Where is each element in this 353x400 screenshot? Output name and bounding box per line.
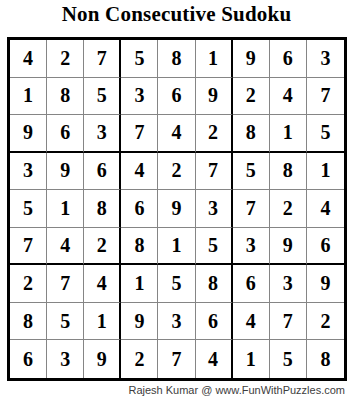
cell-r9c1[interactable]: 6	[10, 340, 47, 378]
cell-r8c6[interactable]: 6	[196, 303, 233, 341]
cell-r4c4[interactable]: 4	[121, 153, 158, 191]
cell-r7c5[interactable]: 5	[158, 265, 195, 303]
cell-r8c4[interactable]: 9	[121, 303, 158, 341]
cell-r5c3[interactable]: 8	[84, 190, 121, 228]
cell-r6c8[interactable]: 9	[270, 228, 307, 266]
cell-r2c6[interactable]: 9	[196, 78, 233, 116]
puzzle-page: Non Consecutive Sudoku 42758196318536924…	[0, 0, 353, 400]
cell-r8c7[interactable]: 4	[233, 303, 270, 341]
cell-r8c1[interactable]: 8	[10, 303, 47, 341]
cell-r2c1[interactable]: 1	[10, 78, 47, 116]
cell-r6c3[interactable]: 2	[84, 228, 121, 266]
cell-r4c3[interactable]: 6	[84, 153, 121, 191]
cell-r3c4[interactable]: 7	[121, 115, 158, 153]
cell-r1c3[interactable]: 7	[84, 40, 121, 78]
cell-r1c2[interactable]: 2	[47, 40, 84, 78]
cell-r5c7[interactable]: 7	[233, 190, 270, 228]
cell-r4c5[interactable]: 2	[158, 153, 195, 191]
cell-r2c4[interactable]: 3	[121, 78, 158, 116]
cell-r4c2[interactable]: 9	[47, 153, 84, 191]
cell-r4c8[interactable]: 8	[270, 153, 307, 191]
cell-r7c6[interactable]: 8	[196, 265, 233, 303]
cell-r7c1[interactable]: 2	[10, 265, 47, 303]
cell-r1c6[interactable]: 1	[196, 40, 233, 78]
cell-r9c2[interactable]: 3	[47, 340, 84, 378]
cell-r3c9[interactable]: 5	[307, 115, 344, 153]
sudoku-board: 4275819631853692479637428153964275815186…	[7, 37, 347, 381]
cell-r2c8[interactable]: 4	[270, 78, 307, 116]
cell-r1c8[interactable]: 6	[270, 40, 307, 78]
cell-r3c2[interactable]: 6	[47, 115, 84, 153]
cell-r7c3[interactable]: 4	[84, 265, 121, 303]
cell-r4c1[interactable]: 3	[10, 153, 47, 191]
cell-r3c6[interactable]: 2	[196, 115, 233, 153]
cell-r2c7[interactable]: 2	[233, 78, 270, 116]
cell-r4c7[interactable]: 5	[233, 153, 270, 191]
cell-r9c9[interactable]: 8	[307, 340, 344, 378]
cell-r5c1[interactable]: 5	[10, 190, 47, 228]
cell-r3c5[interactable]: 4	[158, 115, 195, 153]
cell-r3c3[interactable]: 3	[84, 115, 121, 153]
cell-r6c2[interactable]: 4	[47, 228, 84, 266]
cell-r2c2[interactable]: 8	[47, 78, 84, 116]
cell-r7c4[interactable]: 1	[121, 265, 158, 303]
cell-r5c6[interactable]: 3	[196, 190, 233, 228]
cell-r6c6[interactable]: 5	[196, 228, 233, 266]
cell-r9c6[interactable]: 4	[196, 340, 233, 378]
cell-r1c4[interactable]: 5	[121, 40, 158, 78]
cell-r5c5[interactable]: 9	[158, 190, 195, 228]
cell-r6c1[interactable]: 7	[10, 228, 47, 266]
puzzle-title: Non Consecutive Sudoku	[0, 2, 353, 27]
cell-r7c8[interactable]: 3	[270, 265, 307, 303]
cell-r9c5[interactable]: 7	[158, 340, 195, 378]
cell-r6c9[interactable]: 6	[307, 228, 344, 266]
cell-r7c2[interactable]: 7	[47, 265, 84, 303]
cell-r7c7[interactable]: 6	[233, 265, 270, 303]
cell-r5c8[interactable]: 2	[270, 190, 307, 228]
cell-r3c8[interactable]: 1	[270, 115, 307, 153]
cell-r4c6[interactable]: 7	[196, 153, 233, 191]
cell-r9c4[interactable]: 2	[121, 340, 158, 378]
cell-r9c7[interactable]: 1	[233, 340, 270, 378]
cell-r3c7[interactable]: 8	[233, 115, 270, 153]
cell-r2c9[interactable]: 7	[307, 78, 344, 116]
cell-r8c5[interactable]: 3	[158, 303, 195, 341]
credit-line: Rajesh Kumar @ www.FunWithPuzzles.com	[128, 384, 345, 396]
cell-r7c9[interactable]: 9	[307, 265, 344, 303]
cell-r8c8[interactable]: 7	[270, 303, 307, 341]
cell-r1c1[interactable]: 4	[10, 40, 47, 78]
cell-r2c3[interactable]: 5	[84, 78, 121, 116]
cell-r1c9[interactable]: 3	[307, 40, 344, 78]
cell-r6c5[interactable]: 1	[158, 228, 195, 266]
cell-r9c3[interactable]: 9	[84, 340, 121, 378]
cell-r8c2[interactable]: 5	[47, 303, 84, 341]
cell-r5c2[interactable]: 1	[47, 190, 84, 228]
cell-r1c7[interactable]: 9	[233, 40, 270, 78]
cell-r5c4[interactable]: 6	[121, 190, 158, 228]
cell-r6c4[interactable]: 8	[121, 228, 158, 266]
cell-r3c1[interactable]: 9	[10, 115, 47, 153]
cell-r5c9[interactable]: 4	[307, 190, 344, 228]
cell-r8c3[interactable]: 1	[84, 303, 121, 341]
cell-r4c9[interactable]: 1	[307, 153, 344, 191]
cell-r6c7[interactable]: 3	[233, 228, 270, 266]
cell-r9c8[interactable]: 5	[270, 340, 307, 378]
cell-r8c9[interactable]: 2	[307, 303, 344, 341]
cell-r2c5[interactable]: 6	[158, 78, 195, 116]
cell-r1c5[interactable]: 8	[158, 40, 195, 78]
